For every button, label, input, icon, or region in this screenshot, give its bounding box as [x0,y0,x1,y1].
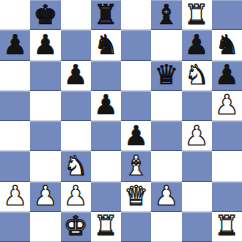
black-king-icon[interactable]: ♚ [33,1,57,28]
square-d5[interactable]: ♟ [91,91,121,121]
square-d1[interactable]: ♜ [91,212,121,242]
square-g6[interactable]: ♞ [182,61,212,91]
black-bishop-icon[interactable]: ♝ [154,1,178,28]
white-pawn-icon[interactable]: ♟ [3,182,27,209]
white-pawn-icon[interactable]: ♟ [154,182,178,209]
square-a4[interactable] [0,121,30,151]
square-h5[interactable]: ♟ [212,91,242,121]
square-h1[interactable]: ♜ [212,212,242,242]
square-f5[interactable] [151,91,181,121]
black-pawn-icon[interactable]: ♟ [64,61,88,88]
square-e4[interactable]: ♟ [121,121,151,151]
black-pawn-icon[interactable]: ♟ [33,31,57,58]
white-rook-icon[interactable]: ♜ [185,1,209,28]
white-knight-icon[interactable]: ♞ [185,61,209,88]
square-f6[interactable]: ♛ [151,61,181,91]
square-b1[interactable] [30,212,60,242]
square-a5[interactable] [0,91,30,121]
square-f3[interactable] [151,151,181,181]
square-b3[interactable] [30,151,60,181]
black-pawn-icon[interactable]: ♟ [94,91,118,118]
white-bishop-icon[interactable]: ♝ [124,152,148,179]
white-rook-icon[interactable]: ♜ [94,212,118,239]
square-g8[interactable]: ♜ [182,0,212,30]
chess-board: ♚♜♝♜♟♟♞♟♞♟♛♞♟♟♟♟♟♞♝♟♟♟♛♟♚♜♜ [0,0,242,242]
square-e2[interactable]: ♛ [121,182,151,212]
square-a3[interactable] [0,151,30,181]
white-rook-icon[interactable]: ♜ [215,212,239,239]
square-g5[interactable] [182,91,212,121]
black-knight-icon[interactable]: ♞ [215,31,239,58]
white-pawn-icon[interactable]: ♟ [64,182,88,209]
square-g1[interactable] [182,212,212,242]
square-d4[interactable] [91,121,121,151]
square-c2[interactable]: ♟ [61,182,91,212]
square-a2[interactable]: ♟ [0,182,30,212]
square-e6[interactable] [121,61,151,91]
black-pawn-icon[interactable]: ♟ [3,31,27,58]
square-b6[interactable] [30,61,60,91]
square-a7[interactable]: ♟ [0,30,30,60]
square-d8[interactable]: ♜ [91,0,121,30]
square-f7[interactable] [151,30,181,60]
square-h6[interactable]: ♟ [212,61,242,91]
square-h3[interactable] [212,151,242,181]
square-h7[interactable]: ♞ [212,30,242,60]
square-c8[interactable] [61,0,91,30]
square-a6[interactable] [0,61,30,91]
square-a8[interactable] [0,0,30,30]
white-pawn-icon[interactable]: ♟ [215,91,239,118]
square-e3[interactable]: ♝ [121,151,151,181]
square-d7[interactable]: ♞ [91,30,121,60]
square-f8[interactable]: ♝ [151,0,181,30]
white-pawn-icon[interactable]: ♟ [33,182,57,209]
square-g3[interactable] [182,151,212,181]
white-king-icon[interactable]: ♚ [64,212,88,239]
square-f4[interactable] [151,121,181,151]
square-d3[interactable] [91,151,121,181]
black-rook-icon[interactable]: ♜ [94,1,118,28]
square-b5[interactable] [30,91,60,121]
white-knight-icon[interactable]: ♞ [64,152,88,179]
square-h4[interactable] [212,121,242,151]
square-d6[interactable] [91,61,121,91]
square-b2[interactable]: ♟ [30,182,60,212]
square-g2[interactable] [182,182,212,212]
square-c4[interactable] [61,121,91,151]
white-queen-icon[interactable]: ♛ [124,182,148,209]
square-c5[interactable] [61,91,91,121]
black-knight-icon[interactable]: ♞ [94,31,118,58]
square-f2[interactable]: ♟ [151,182,181,212]
square-c7[interactable] [61,30,91,60]
square-a1[interactable] [0,212,30,242]
square-h8[interactable] [212,0,242,30]
square-f1[interactable] [151,212,181,242]
black-pawn-icon[interactable]: ♟ [185,31,209,58]
white-pawn-icon[interactable]: ♟ [185,122,209,149]
square-e1[interactable] [121,212,151,242]
square-c1[interactable]: ♚ [61,212,91,242]
square-d2[interactable] [91,182,121,212]
square-b8[interactable]: ♚ [30,0,60,30]
black-pawn-icon[interactable]: ♟ [124,122,148,149]
square-g7[interactable]: ♟ [182,30,212,60]
square-c3[interactable]: ♞ [61,151,91,181]
square-e8[interactable] [121,0,151,30]
square-g4[interactable]: ♟ [182,121,212,151]
black-queen-icon[interactable]: ♛ [154,61,178,88]
square-b7[interactable]: ♟ [30,30,60,60]
black-pawn-icon[interactable]: ♟ [215,61,239,88]
square-e7[interactable] [121,30,151,60]
square-b4[interactable] [30,121,60,151]
square-h2[interactable] [212,182,242,212]
square-c6[interactable]: ♟ [61,61,91,91]
square-e5[interactable] [121,91,151,121]
